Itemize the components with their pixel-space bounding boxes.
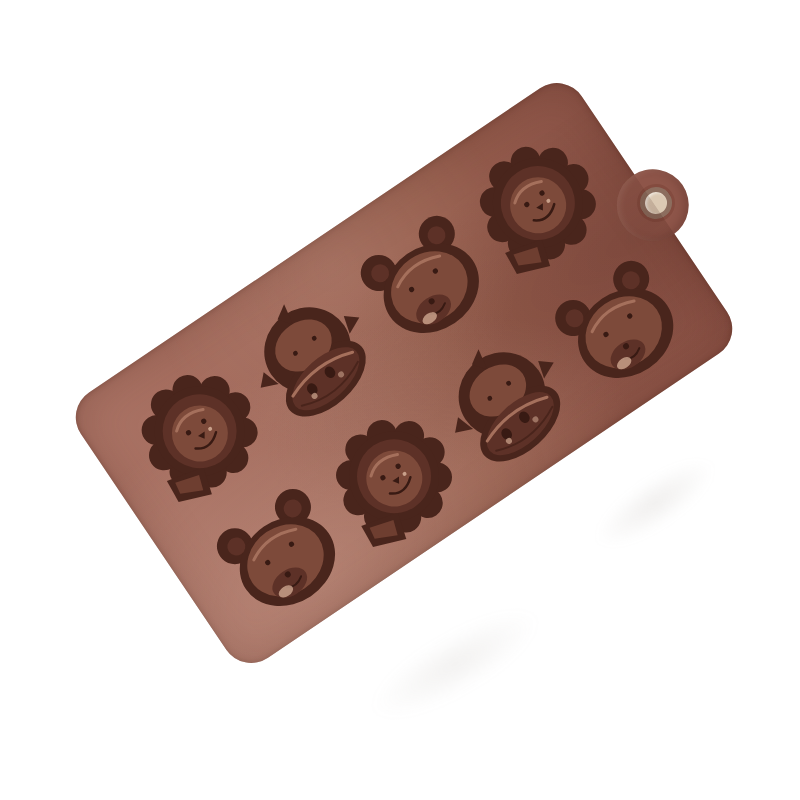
background-shadow-smudge [359, 592, 552, 735]
chocolate-mold [64, 71, 744, 674]
product-photo [0, 0, 800, 800]
background-shadow-smudge [584, 445, 726, 561]
cavity-grid [64, 71, 744, 674]
